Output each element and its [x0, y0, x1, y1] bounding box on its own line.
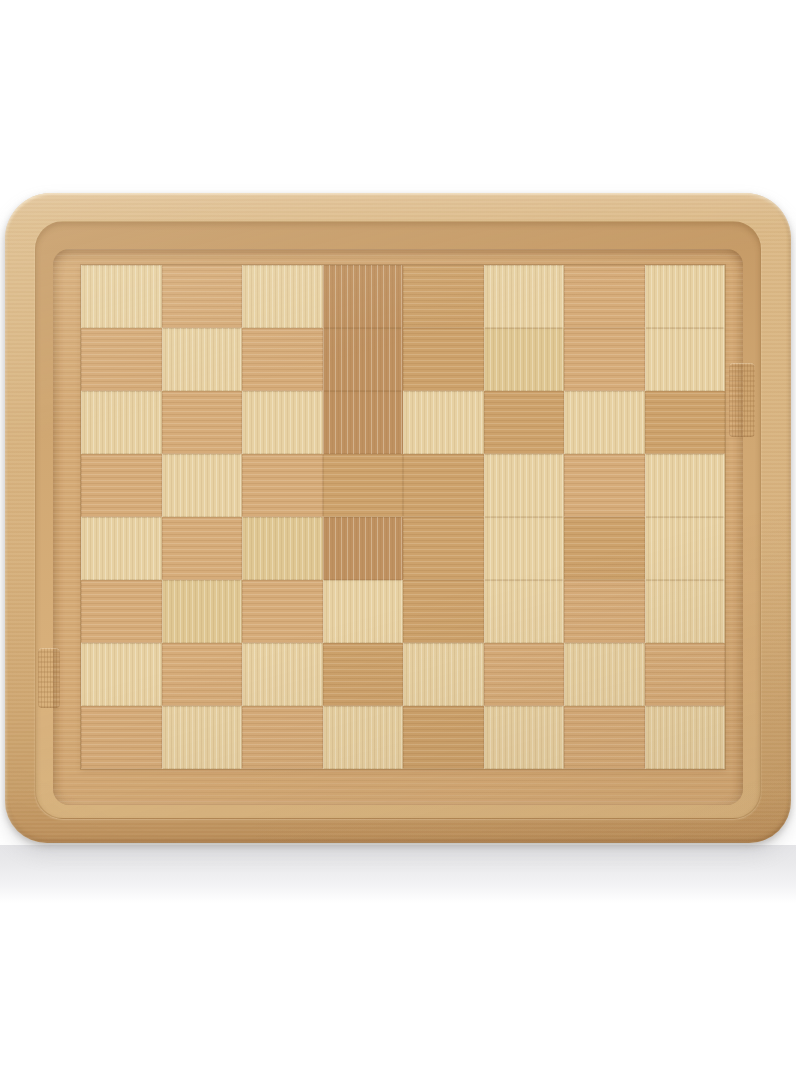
square-g7	[564, 328, 645, 391]
square-f4	[484, 517, 565, 580]
square-g3	[564, 580, 645, 643]
square-e3	[403, 580, 484, 643]
square-h1	[645, 706, 726, 769]
square-a5	[81, 454, 162, 517]
square-g1	[564, 706, 645, 769]
square-a2	[81, 643, 162, 706]
square-g2	[564, 643, 645, 706]
board-shadow	[0, 845, 796, 903]
square-c8	[242, 265, 323, 328]
square-b2	[162, 643, 243, 706]
square-e4	[403, 517, 484, 580]
engraved-logo-right	[729, 363, 755, 437]
square-d4	[323, 517, 404, 580]
square-f5	[484, 454, 565, 517]
product-photo	[0, 0, 796, 1090]
square-c4	[242, 517, 323, 580]
square-d6	[323, 391, 404, 454]
square-a1	[81, 706, 162, 769]
square-f8	[484, 265, 565, 328]
square-g6	[564, 391, 645, 454]
square-g8	[564, 265, 645, 328]
square-e1	[403, 706, 484, 769]
square-h4	[645, 517, 726, 580]
square-h3	[645, 580, 726, 643]
square-c1	[242, 706, 323, 769]
square-e8	[403, 265, 484, 328]
square-b8	[162, 265, 243, 328]
square-c5	[242, 454, 323, 517]
square-d5	[323, 454, 404, 517]
square-c3	[242, 580, 323, 643]
square-d1	[323, 706, 404, 769]
square-h2	[645, 643, 726, 706]
checkerboard-grid	[81, 265, 725, 769]
square-d3	[323, 580, 404, 643]
square-b4	[162, 517, 243, 580]
square-e2	[403, 643, 484, 706]
square-f2	[484, 643, 565, 706]
square-e7	[403, 328, 484, 391]
square-f1	[484, 706, 565, 769]
square-e5	[403, 454, 484, 517]
square-c6	[242, 391, 323, 454]
square-b1	[162, 706, 243, 769]
square-d8	[323, 265, 404, 328]
square-d2	[323, 643, 404, 706]
square-c7	[242, 328, 323, 391]
square-a4	[81, 517, 162, 580]
square-f6	[484, 391, 565, 454]
square-a6	[81, 391, 162, 454]
square-b3	[162, 580, 243, 643]
square-d7	[323, 328, 404, 391]
square-a3	[81, 580, 162, 643]
square-g4	[564, 517, 645, 580]
engraved-logo-left	[38, 648, 60, 708]
square-b6	[162, 391, 243, 454]
square-f7	[484, 328, 565, 391]
square-b7	[162, 328, 243, 391]
square-h8	[645, 265, 726, 328]
square-e6	[403, 391, 484, 454]
square-c2	[242, 643, 323, 706]
square-b5	[162, 454, 243, 517]
square-f3	[484, 580, 565, 643]
square-a7	[81, 328, 162, 391]
square-g5	[564, 454, 645, 517]
bamboo-game-board	[5, 193, 791, 843]
square-h5	[645, 454, 726, 517]
square-h7	[645, 328, 726, 391]
square-a8	[81, 265, 162, 328]
square-h6	[645, 391, 726, 454]
